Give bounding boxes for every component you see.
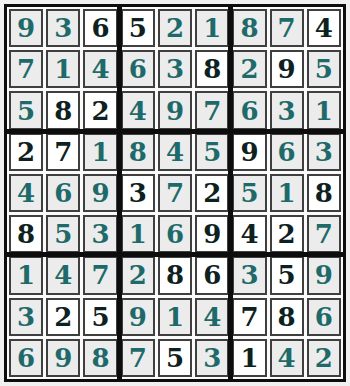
cell-r2c1[interactable]: 7 xyxy=(9,50,43,88)
board-grid-wrapper: 9365218747146382955824976312718459634693… xyxy=(9,9,341,377)
cell-r5c5[interactable]: 7 xyxy=(158,174,192,212)
cell-r2c5[interactable]: 3 xyxy=(158,50,192,88)
cell-r1c5[interactable]: 2 xyxy=(158,9,192,47)
cell-r2c2[interactable]: 1 xyxy=(46,50,80,88)
cell-r2c7[interactable]: 2 xyxy=(232,50,266,88)
cell-r9c1[interactable]: 6 xyxy=(9,339,43,377)
cell-r6c3[interactable]: 3 xyxy=(83,215,117,253)
cell-r5c8[interactable]: 1 xyxy=(270,174,304,212)
cell-r3c8[interactable]: 3 xyxy=(270,91,304,129)
cell-r8c1[interactable]: 3 xyxy=(9,298,43,336)
cell-r3c1[interactable]: 5 xyxy=(9,91,43,129)
cell-r7c5[interactable]: 8 xyxy=(158,256,192,294)
cell-r3c5[interactable]: 9 xyxy=(158,91,192,129)
cell-r6c9[interactable]: 7 xyxy=(307,215,341,253)
cell-r3c4[interactable]: 4 xyxy=(121,91,155,129)
board-grid: 9365218747146382955824976312718459634693… xyxy=(9,9,341,377)
cell-r5c4[interactable]: 3 xyxy=(121,174,155,212)
cell-r7c2[interactable]: 4 xyxy=(46,256,80,294)
cell-r3c6[interactable]: 7 xyxy=(195,91,229,129)
cell-r1c7[interactable]: 8 xyxy=(232,9,266,47)
cell-r6c5[interactable]: 6 xyxy=(158,215,192,253)
cell-r6c7[interactable]: 4 xyxy=(232,215,266,253)
cell-r1c6[interactable]: 1 xyxy=(195,9,229,47)
cell-r6c1[interactable]: 8 xyxy=(9,215,43,253)
cell-r8c8[interactable]: 8 xyxy=(270,298,304,336)
cell-r5c1[interactable]: 4 xyxy=(9,174,43,212)
cell-r7c1[interactable]: 1 xyxy=(9,256,43,294)
cell-r5c7[interactable]: 5 xyxy=(232,174,266,212)
cell-r8c3[interactable]: 5 xyxy=(83,298,117,336)
cell-r2c9[interactable]: 5 xyxy=(307,50,341,88)
cell-r9c9[interactable]: 2 xyxy=(307,339,341,377)
cell-r4c7[interactable]: 9 xyxy=(232,133,266,171)
cell-r6c8[interactable]: 2 xyxy=(270,215,304,253)
cell-r1c3[interactable]: 6 xyxy=(83,9,117,47)
cell-r9c2[interactable]: 9 xyxy=(46,339,80,377)
cell-r5c9[interactable]: 8 xyxy=(307,174,341,212)
cell-r4c6[interactable]: 5 xyxy=(195,133,229,171)
cell-r6c4[interactable]: 1 xyxy=(121,215,155,253)
cell-r8c6[interactable]: 4 xyxy=(195,298,229,336)
cell-r2c6[interactable]: 8 xyxy=(195,50,229,88)
cell-r4c1[interactable]: 2 xyxy=(9,133,43,171)
cell-r3c7[interactable]: 6 xyxy=(232,91,266,129)
cell-r4c3[interactable]: 1 xyxy=(83,133,117,171)
cell-r2c8[interactable]: 9 xyxy=(270,50,304,88)
cell-r9c7[interactable]: 1 xyxy=(232,339,266,377)
cell-r9c5[interactable]: 5 xyxy=(158,339,192,377)
cell-r1c2[interactable]: 3 xyxy=(46,9,80,47)
cell-r6c2[interactable]: 5 xyxy=(46,215,80,253)
cell-r1c4[interactable]: 5 xyxy=(121,9,155,47)
cell-r9c8[interactable]: 4 xyxy=(270,339,304,377)
cell-r7c4[interactable]: 2 xyxy=(121,256,155,294)
cell-r4c9[interactable]: 3 xyxy=(307,133,341,171)
cell-r1c9[interactable]: 4 xyxy=(307,9,341,47)
cell-r8c9[interactable]: 6 xyxy=(307,298,341,336)
cell-r2c3[interactable]: 4 xyxy=(83,50,117,88)
cell-r7c3[interactable]: 7 xyxy=(83,256,117,294)
cell-r4c2[interactable]: 7 xyxy=(46,133,80,171)
cell-r1c1[interactable]: 9 xyxy=(9,9,43,47)
cell-r8c5[interactable]: 1 xyxy=(158,298,192,336)
cell-r5c6[interactable]: 2 xyxy=(195,174,229,212)
cell-r8c2[interactable]: 2 xyxy=(46,298,80,336)
sudoku-board: 9365218747146382955824976312718459634693… xyxy=(4,4,346,382)
cell-r5c2[interactable]: 6 xyxy=(46,174,80,212)
cell-r3c9[interactable]: 1 xyxy=(307,91,341,129)
cell-r3c2[interactable]: 8 xyxy=(46,91,80,129)
cell-r2c4[interactable]: 6 xyxy=(121,50,155,88)
cell-r4c5[interactable]: 4 xyxy=(158,133,192,171)
cell-r8c4[interactable]: 9 xyxy=(121,298,155,336)
cell-r7c9[interactable]: 9 xyxy=(307,256,341,294)
cell-r4c8[interactable]: 6 xyxy=(270,133,304,171)
cell-r1c8[interactable]: 7 xyxy=(270,9,304,47)
cell-r9c6[interactable]: 3 xyxy=(195,339,229,377)
cell-r7c6[interactable]: 6 xyxy=(195,256,229,294)
cell-r3c3[interactable]: 2 xyxy=(83,91,117,129)
cell-r6c6[interactable]: 9 xyxy=(195,215,229,253)
cell-r8c7[interactable]: 7 xyxy=(232,298,266,336)
cell-r9c3[interactable]: 8 xyxy=(83,339,117,377)
cell-r7c7[interactable]: 3 xyxy=(232,256,266,294)
cell-r5c3[interactable]: 9 xyxy=(83,174,117,212)
cell-r4c4[interactable]: 8 xyxy=(121,133,155,171)
cell-r7c8[interactable]: 5 xyxy=(270,256,304,294)
cell-r9c4[interactable]: 7 xyxy=(121,339,155,377)
